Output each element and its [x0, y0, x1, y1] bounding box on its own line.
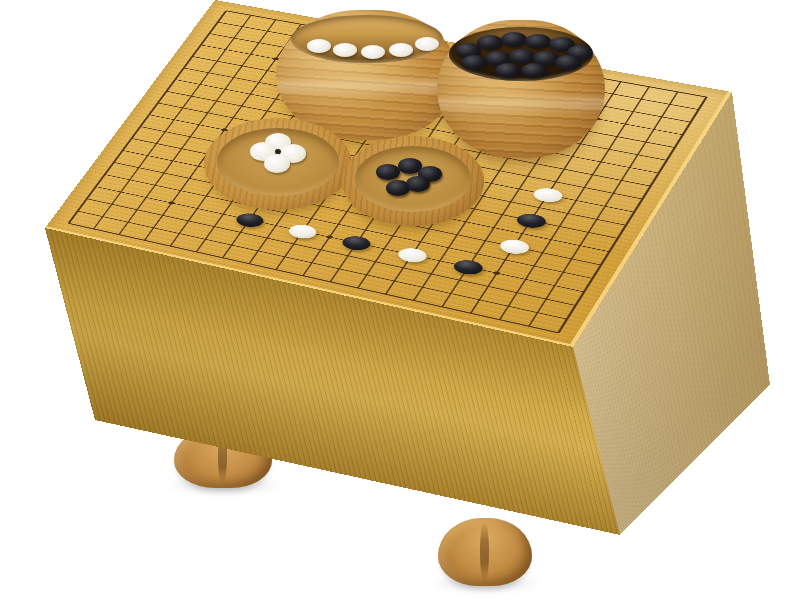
black-stone — [376, 164, 400, 180]
white-stone — [496, 237, 532, 256]
black-stone — [509, 49, 535, 64]
white-stone-lid — [204, 118, 352, 210]
black-stone-lid — [342, 136, 484, 226]
black-stone — [495, 63, 521, 78]
white-stone — [285, 222, 320, 240]
white-bowl-stones — [291, 15, 443, 63]
board-leg-right — [438, 518, 532, 586]
white-stone — [530, 186, 566, 204]
black-stone — [521, 63, 547, 78]
black-stone — [477, 35, 503, 50]
black-stone — [555, 55, 581, 70]
goban-photo-scene — [0, 0, 800, 600]
black-stone — [339, 234, 374, 252]
white-stone — [361, 45, 385, 59]
white-stone — [394, 246, 429, 264]
black-stone — [513, 211, 549, 229]
black-stone-bowl — [437, 20, 605, 158]
black-stone — [450, 258, 486, 277]
black-bowl-stones — [449, 27, 593, 81]
white-stone — [333, 43, 357, 57]
black-stone — [406, 176, 430, 192]
white-stone — [415, 37, 439, 51]
white-stone — [307, 39, 331, 53]
black-stone — [525, 34, 551, 49]
white-lid-stones — [248, 132, 308, 176]
black-stone — [232, 211, 266, 229]
white-stone — [389, 43, 413, 57]
black-stone — [461, 55, 487, 70]
stone-gap-dot — [275, 149, 281, 154]
black-lid-stones — [372, 152, 448, 202]
white-stone — [264, 154, 290, 173]
black-stone — [501, 32, 527, 47]
